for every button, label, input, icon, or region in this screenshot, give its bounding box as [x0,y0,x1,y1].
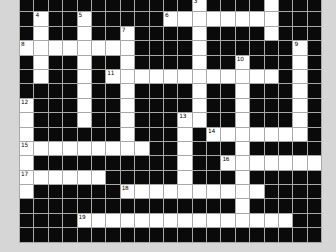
cell-r14c10[interactable] [150,185,163,198]
cell-r10c1[interactable] [20,128,33,141]
cell-r16c8[interactable] [121,214,134,227]
cell-r6c16[interactable] [236,70,249,83]
cell-r11c5[interactable] [78,142,91,155]
cell-r2c16[interactable] [236,12,249,25]
cell-r12c8 [121,156,134,169]
cell-r1c14 [207,0,220,11]
cell-r10c16[interactable] [236,128,249,141]
cell-r7c13[interactable] [193,84,206,97]
cell-r15c9 [135,199,148,212]
cell-r6c7[interactable]: 11 [106,70,119,83]
cell-r2c3 [49,12,62,25]
cell-r17c5 [78,228,91,241]
cell-r10c4 [63,128,76,141]
cell-r1c6 [92,0,105,11]
cell-r6c10[interactable] [150,70,163,83]
cell-r6c3 [49,70,62,83]
cell-r12c15[interactable]: 16 [221,156,234,169]
cell-r7c2 [34,84,47,97]
cell-r16c15[interactable] [221,214,234,227]
cell-r2c12[interactable] [178,12,191,25]
cell-r4c20[interactable]: 9 [293,41,306,54]
cell-r17c14 [207,228,220,241]
cell-r8c16[interactable] [236,99,249,112]
cell-r12c3 [49,156,62,169]
cell-r4c2[interactable] [34,41,47,54]
cell-r17c15 [221,228,234,241]
cell-r14c17[interactable] [250,185,263,198]
cell-r6c11[interactable] [164,70,177,83]
cell-r2c18[interactable] [265,12,278,25]
cell-r9c19 [279,113,292,126]
cell-r1c13[interactable]: 3 [193,0,206,11]
cell-r7c12 [178,84,191,97]
cell-r12c20[interactable] [293,156,306,169]
cell-r17c16 [236,228,249,241]
cell-r3c8[interactable]: 7 [121,27,134,40]
cell-r3c16 [236,27,249,40]
cell-r4c14 [207,41,220,54]
cell-r5c8[interactable] [121,56,134,69]
cell-r10c17[interactable] [250,128,263,141]
cell-r1c19 [279,0,292,11]
cell-r7c8[interactable] [121,84,134,97]
cell-r14c4 [63,185,76,198]
cell-r8c12 [178,99,191,112]
cell-r14c9[interactable] [135,185,148,198]
cell-r10c9 [135,128,148,141]
cell-r16c9[interactable] [135,214,148,227]
cell-r15c7 [106,199,119,212]
clue-number-15: 15 [21,142,28,149]
cell-r14c16[interactable] [236,185,249,198]
cell-r10c6 [92,128,105,141]
cell-r16c6[interactable] [92,214,105,227]
cell-r11c10 [150,142,163,155]
cell-r10c12[interactable] [178,128,191,141]
cell-r14c1[interactable] [20,185,33,198]
cell-r5c5[interactable] [78,56,91,69]
cell-r5c1 [20,56,33,69]
cell-r6c18[interactable] [265,70,278,83]
cell-r6c17[interactable] [250,70,263,83]
cell-r8c19 [279,99,292,112]
cell-r12c17[interactable] [250,156,263,169]
cell-r3c14 [207,27,220,40]
cell-r17c11 [164,228,177,241]
cell-r4c13[interactable] [193,41,206,54]
cell-r6c4 [63,70,76,83]
cell-r12c1[interactable] [20,156,33,169]
cell-r4c17 [250,41,263,54]
crossword-grid: 345678910111213141516171819 [19,0,322,243]
cell-r17c1 [20,228,33,241]
cell-r10c10 [150,128,163,141]
clue-number-7: 7 [122,27,125,34]
cell-r9c12[interactable]: 13 [178,113,191,126]
cell-r1c8 [121,0,134,11]
cell-r13c18 [265,171,278,184]
cell-r13c11 [164,171,177,184]
cell-r10c13 [193,128,206,141]
cell-r11c21 [308,142,321,155]
cell-r8c9 [135,99,148,112]
cell-r12c12[interactable] [178,156,191,169]
cell-r7c6 [92,84,105,97]
cell-r2c10 [150,12,163,25]
cell-r16c11[interactable] [164,214,177,227]
cell-r5c6 [92,56,105,69]
clue-number-18: 18 [122,185,129,192]
cell-r9c9 [135,113,148,126]
cell-r2c7 [106,12,119,25]
clue-number-16: 16 [222,156,229,163]
cell-r11c2[interactable] [34,142,47,155]
cell-r17c3 [49,228,62,241]
cell-r8c5[interactable] [78,99,91,112]
cell-r6c15[interactable] [221,70,234,83]
cell-r4c21 [308,41,321,54]
cell-r5c19 [279,56,292,69]
cell-r16c18[interactable] [265,214,278,227]
cell-r2c17[interactable] [250,12,263,25]
cell-r11c7[interactable] [106,142,119,155]
cell-r13c3[interactable] [49,171,62,184]
cell-r7c3 [49,84,62,97]
cell-r11c9[interactable] [135,142,148,155]
cell-r3c21 [308,27,321,40]
cell-r4c12 [178,41,191,54]
cell-r10c8[interactable] [121,128,134,141]
cell-r6c6 [92,70,105,83]
cell-r11c8[interactable] [121,142,134,155]
cell-r15c2 [34,199,47,212]
cell-r9c17 [250,113,263,126]
cell-r16c21 [308,214,321,227]
cell-r11c6[interactable] [92,142,105,155]
cell-r5c18 [265,56,278,69]
cell-r16c3 [49,214,62,227]
cell-r8c11 [164,99,177,112]
cell-r5c17 [250,56,263,69]
cell-r7c18 [265,84,278,97]
clue-number-13: 13 [179,113,186,120]
cell-r17c18 [265,228,278,241]
cell-r7c1 [20,84,33,97]
cell-r13c17 [250,171,263,184]
cell-r13c5[interactable] [78,171,91,184]
cell-r14c2 [34,185,47,198]
cell-r16c12[interactable] [178,214,191,227]
cell-r3c11 [164,27,177,40]
cell-r11c16[interactable] [236,142,249,155]
cell-r10c21 [308,128,321,141]
cell-r4c4[interactable] [63,41,76,54]
cell-r17c7 [106,228,119,241]
cell-r10c7 [106,128,119,141]
cell-r17c8 [121,228,134,241]
cell-r12c18[interactable] [265,156,278,169]
cell-r7c17 [250,84,263,97]
cell-r12c11 [164,156,177,169]
cell-r16c14[interactable] [207,214,220,227]
cell-r4c15 [221,41,234,54]
cell-r4c1[interactable]: 8 [20,41,33,54]
cell-r9c3 [49,113,62,126]
cell-r5c13[interactable] [193,56,206,69]
cell-r11c18 [265,142,278,155]
cell-r14c3 [49,185,62,198]
cell-r2c13[interactable] [193,12,206,25]
cell-r14c6 [92,185,105,198]
cell-r16c10[interactable] [150,214,163,227]
cell-r11c15 [221,142,234,155]
cell-r5c21 [308,56,321,69]
cell-r5c4 [63,56,76,69]
cell-r16c13[interactable] [193,214,206,227]
cell-r15c15 [221,199,234,212]
cell-r13c21 [308,171,321,184]
cell-r8c1[interactable]: 12 [20,99,33,112]
cell-r13c9 [135,171,148,184]
cell-r15c17 [250,199,263,212]
cell-r3c6 [92,27,105,40]
cell-r2c20 [293,12,306,25]
clue-number-8: 8 [21,41,24,48]
cell-r3c20 [293,27,306,40]
cell-r2c5[interactable]: 5 [78,12,91,25]
cell-r13c4[interactable] [63,171,76,184]
cell-r2c1 [20,12,33,25]
cell-r4c6[interactable] [92,41,105,54]
clue-number-9: 9 [294,41,297,48]
cell-r8c4 [63,99,76,112]
cell-r2c14[interactable] [207,12,220,25]
cell-r11c4[interactable] [63,142,76,155]
cell-r9c6 [92,113,105,126]
cell-r12c2 [34,156,47,169]
cell-r14c13[interactable] [193,185,206,198]
cell-r1c7 [106,0,119,11]
cell-r17c9 [135,228,148,241]
cell-r6c20[interactable] [293,70,306,83]
cell-r2c15[interactable] [221,12,234,25]
clue-number-10: 10 [237,56,244,63]
cell-r6c13[interactable] [193,70,206,83]
cell-r17c21 [308,228,321,241]
cell-r15c13 [193,199,206,212]
cell-r7c11 [164,84,177,97]
cell-r2c2[interactable]: 4 [34,12,47,25]
cell-r17c4 [63,228,76,241]
cell-r5c14 [207,56,220,69]
cell-r6c12[interactable] [178,70,191,83]
cell-r8c15 [221,99,234,112]
cell-r12c21[interactable] [308,156,321,169]
cell-r3c3 [49,27,62,40]
cell-r5c20[interactable] [293,56,306,69]
cell-r9c7 [106,113,119,126]
cell-r4c5[interactable] [78,41,91,54]
cell-r11c3[interactable] [49,142,62,155]
cell-r9c8[interactable] [121,113,134,126]
cell-r16c20 [293,214,306,227]
cell-r11c11 [164,142,177,155]
cell-r7c5[interactable] [78,84,91,97]
cell-r11c20 [293,142,306,155]
cell-r16c17[interactable] [250,214,263,227]
cell-r13c1[interactable]: 17 [20,171,33,184]
cell-r9c15 [221,113,234,126]
cell-r16c19[interactable] [279,214,292,227]
cell-r5c12 [178,56,191,69]
cell-r9c5[interactable] [78,113,91,126]
cell-r14c15[interactable] [221,185,234,198]
cell-r5c16[interactable]: 10 [236,56,249,69]
cell-r15c10 [150,199,163,212]
cell-r17c10 [150,228,163,241]
clue-number-6: 6 [165,12,168,19]
cell-r7c19 [279,84,292,97]
cell-r9c2 [34,113,47,126]
cell-r15c21 [308,199,321,212]
cell-r8c13[interactable] [193,99,206,112]
cell-r1c17 [250,0,263,11]
cell-r2c19 [279,12,292,25]
cell-r9c14 [207,113,220,126]
cell-r13c13 [193,171,206,184]
cell-r8c14 [207,99,220,112]
cell-r14c12[interactable] [178,185,191,198]
cell-r7c10 [150,84,163,97]
cell-r11c1[interactable]: 15 [20,142,33,155]
clue-number-5: 5 [79,12,82,19]
cell-r14c20 [293,185,306,198]
cell-r8c8[interactable] [121,99,134,112]
cell-r9c20[interactable] [293,113,306,126]
cell-r8c21 [308,99,321,112]
cell-r5c2[interactable] [34,56,47,69]
cell-r15c4 [63,199,76,212]
cell-r2c8 [121,12,134,25]
clue-number-12: 12 [21,99,28,106]
cell-r11c19 [279,142,292,155]
cell-r12c14 [207,156,220,169]
cell-r3c13[interactable] [193,27,206,40]
cell-r13c6[interactable] [92,171,105,184]
cell-r4c7[interactable] [106,41,119,54]
cell-r6c14[interactable] [207,70,220,83]
cell-r11c12[interactable] [178,142,191,155]
cell-r11c14 [207,142,220,155]
cell-r16c2 [34,214,47,227]
cell-r10c14[interactable]: 14 [207,128,220,141]
cell-r3c2[interactable] [34,27,47,40]
clue-number-14: 14 [208,128,215,135]
cell-r14c18 [265,185,278,198]
cell-r10c19[interactable] [279,128,292,141]
cell-r12c4 [63,156,76,169]
cell-r4c8[interactable] [121,41,134,54]
cell-r14c11[interactable] [164,185,177,198]
cell-r16c7[interactable] [106,214,119,227]
cell-r1c5 [78,0,91,11]
cell-r4c3[interactable] [49,41,62,54]
cell-r14c5 [78,185,91,198]
cell-r16c1 [20,214,33,227]
cell-r13c2[interactable] [34,171,47,184]
cell-r8c3 [49,99,62,112]
cell-r8c20[interactable] [293,99,306,112]
cell-r8c2 [34,99,47,112]
clue-number-3: 3 [194,0,197,5]
cell-r5c7 [106,56,119,69]
cell-r6c5[interactable] [78,70,91,83]
cell-r12c16[interactable] [236,156,249,169]
cell-r9c16[interactable] [236,113,249,126]
cell-r9c13[interactable] [193,113,206,126]
cell-r1c21 [308,0,321,11]
cell-r2c11[interactable]: 6 [164,12,177,25]
cell-r10c18[interactable] [265,128,278,141]
cell-r1c18[interactable] [265,0,278,11]
cell-r3c19 [279,27,292,40]
cell-r6c9[interactable] [135,70,148,83]
cell-r12c19[interactable] [279,156,292,169]
cell-r17c2 [34,228,47,241]
cell-r8c10 [150,99,163,112]
cell-r7c16[interactable] [236,84,249,97]
cell-r12c7 [106,156,119,169]
cell-r14c8[interactable]: 18 [121,185,134,198]
cell-r4c16 [236,41,249,54]
cell-r2c9 [135,12,148,25]
cell-r2c4 [63,12,76,25]
cell-r17c6 [92,228,105,241]
cell-r15c1 [20,199,33,212]
cell-r3c7 [106,27,119,40]
cell-r10c15[interactable] [221,128,234,141]
cell-r10c3 [49,128,62,141]
cell-r9c11 [164,113,177,126]
cell-r3c18[interactable] [265,27,278,40]
cell-r16c16[interactable] [236,214,249,227]
cell-r1c10 [150,0,163,11]
cell-r16c5[interactable]: 19 [78,214,91,227]
cell-r7c20[interactable] [293,84,306,97]
cell-r7c9 [135,84,148,97]
cell-r13c10 [150,171,163,184]
cell-r3c15 [221,27,234,40]
cell-r1c12 [178,0,191,11]
cell-r3c5[interactable] [78,27,91,40]
cell-r1c15 [221,0,234,11]
cell-r15c18 [265,199,278,212]
cell-r13c15 [221,171,234,184]
cell-r12c13 [193,156,206,169]
cell-r3c9 [135,27,148,40]
cell-r14c14[interactable] [207,185,220,198]
cell-r15c8 [121,199,134,212]
cell-r13c16[interactable] [236,171,249,184]
cell-r13c12[interactable] [178,171,191,184]
cell-r10c20[interactable] [293,128,306,141]
cell-r6c2[interactable] [34,70,47,83]
cell-r9c21 [308,113,321,126]
cell-r15c16[interactable] [236,199,249,212]
cell-r6c8[interactable] [121,70,134,83]
cell-r9c1[interactable] [20,113,33,126]
